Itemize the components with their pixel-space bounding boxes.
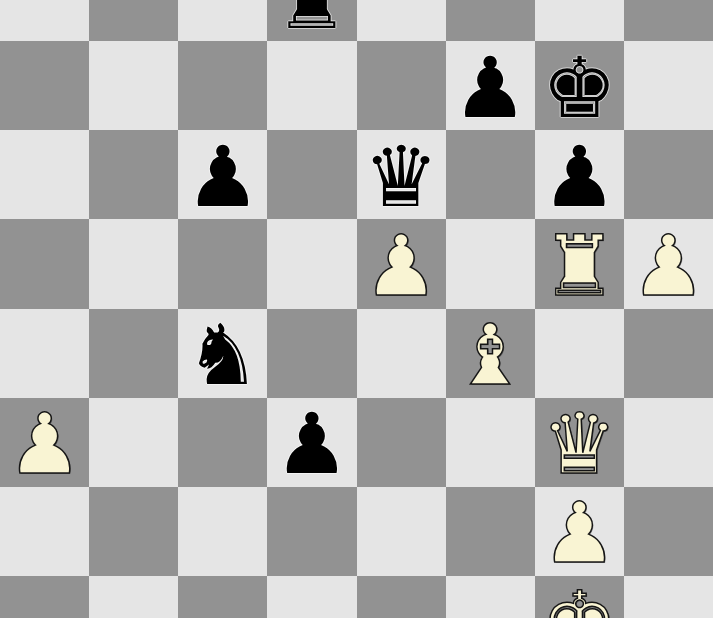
chess-diagram: ♜♟♚♟♛♟♟♜♟♞♝♟♟♛♟♚ bbox=[0, 0, 713, 618]
square-g7[interactable]: ♚ bbox=[535, 41, 624, 130]
square-e2[interactable] bbox=[357, 487, 446, 576]
black-pawn[interactable]: ♟ bbox=[274, 402, 349, 486]
square-f8[interactable] bbox=[446, 0, 535, 41]
black-pawn[interactable]: ♟ bbox=[542, 135, 617, 219]
square-h2[interactable] bbox=[624, 487, 713, 576]
square-e8[interactable] bbox=[357, 0, 446, 41]
black-pawn[interactable]: ♟ bbox=[453, 46, 528, 130]
square-d4[interactable] bbox=[267, 309, 356, 398]
square-b7[interactable] bbox=[89, 41, 178, 130]
square-b1[interactable] bbox=[89, 576, 178, 618]
square-a1[interactable] bbox=[0, 576, 89, 618]
square-c8[interactable] bbox=[178, 0, 267, 41]
square-a3[interactable]: ♟ bbox=[0, 398, 89, 487]
square-a4[interactable] bbox=[0, 309, 89, 398]
square-g6[interactable]: ♟ bbox=[535, 130, 624, 219]
square-b8[interactable] bbox=[89, 0, 178, 41]
black-queen[interactable]: ♛ bbox=[363, 135, 438, 219]
black-knight[interactable]: ♞ bbox=[185, 313, 260, 397]
white-bishop[interactable]: ♝ bbox=[453, 313, 528, 397]
square-b4[interactable] bbox=[89, 309, 178, 398]
black-king[interactable]: ♚ bbox=[542, 46, 617, 130]
square-c4[interactable]: ♞ bbox=[178, 309, 267, 398]
square-h5[interactable]: ♟ bbox=[624, 219, 713, 308]
square-c2[interactable] bbox=[178, 487, 267, 576]
square-d8[interactable]: ♜ bbox=[267, 0, 356, 41]
black-pawn[interactable]: ♟ bbox=[185, 135, 260, 219]
square-c1[interactable] bbox=[178, 576, 267, 618]
square-e6[interactable]: ♛ bbox=[357, 130, 446, 219]
square-f5[interactable] bbox=[446, 219, 535, 308]
square-g4[interactable] bbox=[535, 309, 624, 398]
square-f4[interactable]: ♝ bbox=[446, 309, 535, 398]
square-c6[interactable]: ♟ bbox=[178, 130, 267, 219]
square-d3[interactable]: ♟ bbox=[267, 398, 356, 487]
white-rook[interactable]: ♜ bbox=[542, 224, 617, 308]
square-g5[interactable]: ♜ bbox=[535, 219, 624, 308]
square-e4[interactable] bbox=[357, 309, 446, 398]
square-d5[interactable] bbox=[267, 219, 356, 308]
square-h4[interactable] bbox=[624, 309, 713, 398]
square-f2[interactable] bbox=[446, 487, 535, 576]
square-a7[interactable] bbox=[0, 41, 89, 130]
square-g2[interactable]: ♟ bbox=[535, 487, 624, 576]
square-b2[interactable] bbox=[89, 487, 178, 576]
square-e3[interactable] bbox=[357, 398, 446, 487]
chessboard: ♜♟♚♟♛♟♟♜♟♞♝♟♟♛♟♚ bbox=[0, 0, 713, 618]
square-f3[interactable] bbox=[446, 398, 535, 487]
white-pawn[interactable]: ♟ bbox=[7, 402, 82, 486]
square-a6[interactable] bbox=[0, 130, 89, 219]
square-c3[interactable] bbox=[178, 398, 267, 487]
square-a2[interactable] bbox=[0, 487, 89, 576]
square-a5[interactable] bbox=[0, 219, 89, 308]
square-f7[interactable]: ♟ bbox=[446, 41, 535, 130]
square-h8[interactable] bbox=[624, 0, 713, 41]
square-b3[interactable] bbox=[89, 398, 178, 487]
square-c7[interactable] bbox=[178, 41, 267, 130]
white-pawn[interactable]: ♟ bbox=[542, 491, 617, 575]
square-e7[interactable] bbox=[357, 41, 446, 130]
square-d2[interactable] bbox=[267, 487, 356, 576]
square-g8[interactable] bbox=[535, 0, 624, 41]
square-e5[interactable]: ♟ bbox=[357, 219, 446, 308]
white-pawn[interactable]: ♟ bbox=[631, 224, 706, 308]
square-c5[interactable] bbox=[178, 219, 267, 308]
square-h6[interactable] bbox=[624, 130, 713, 219]
square-b6[interactable] bbox=[89, 130, 178, 219]
square-g3[interactable]: ♛ bbox=[535, 398, 624, 487]
square-a8[interactable] bbox=[0, 0, 89, 41]
square-b5[interactable] bbox=[89, 219, 178, 308]
square-f1[interactable] bbox=[446, 576, 535, 618]
black-rook[interactable]: ♜ bbox=[274, 0, 349, 41]
white-king[interactable]: ♚ bbox=[542, 580, 617, 618]
white-pawn[interactable]: ♟ bbox=[363, 224, 438, 308]
square-d1[interactable] bbox=[267, 576, 356, 618]
square-d7[interactable] bbox=[267, 41, 356, 130]
square-f6[interactable] bbox=[446, 130, 535, 219]
square-g1[interactable]: ♚ bbox=[535, 576, 624, 618]
square-d6[interactable] bbox=[267, 130, 356, 219]
square-e1[interactable] bbox=[357, 576, 446, 618]
square-h7[interactable] bbox=[624, 41, 713, 130]
square-h3[interactable] bbox=[624, 398, 713, 487]
square-h1[interactable] bbox=[624, 576, 713, 618]
white-queen[interactable]: ♛ bbox=[542, 402, 617, 486]
